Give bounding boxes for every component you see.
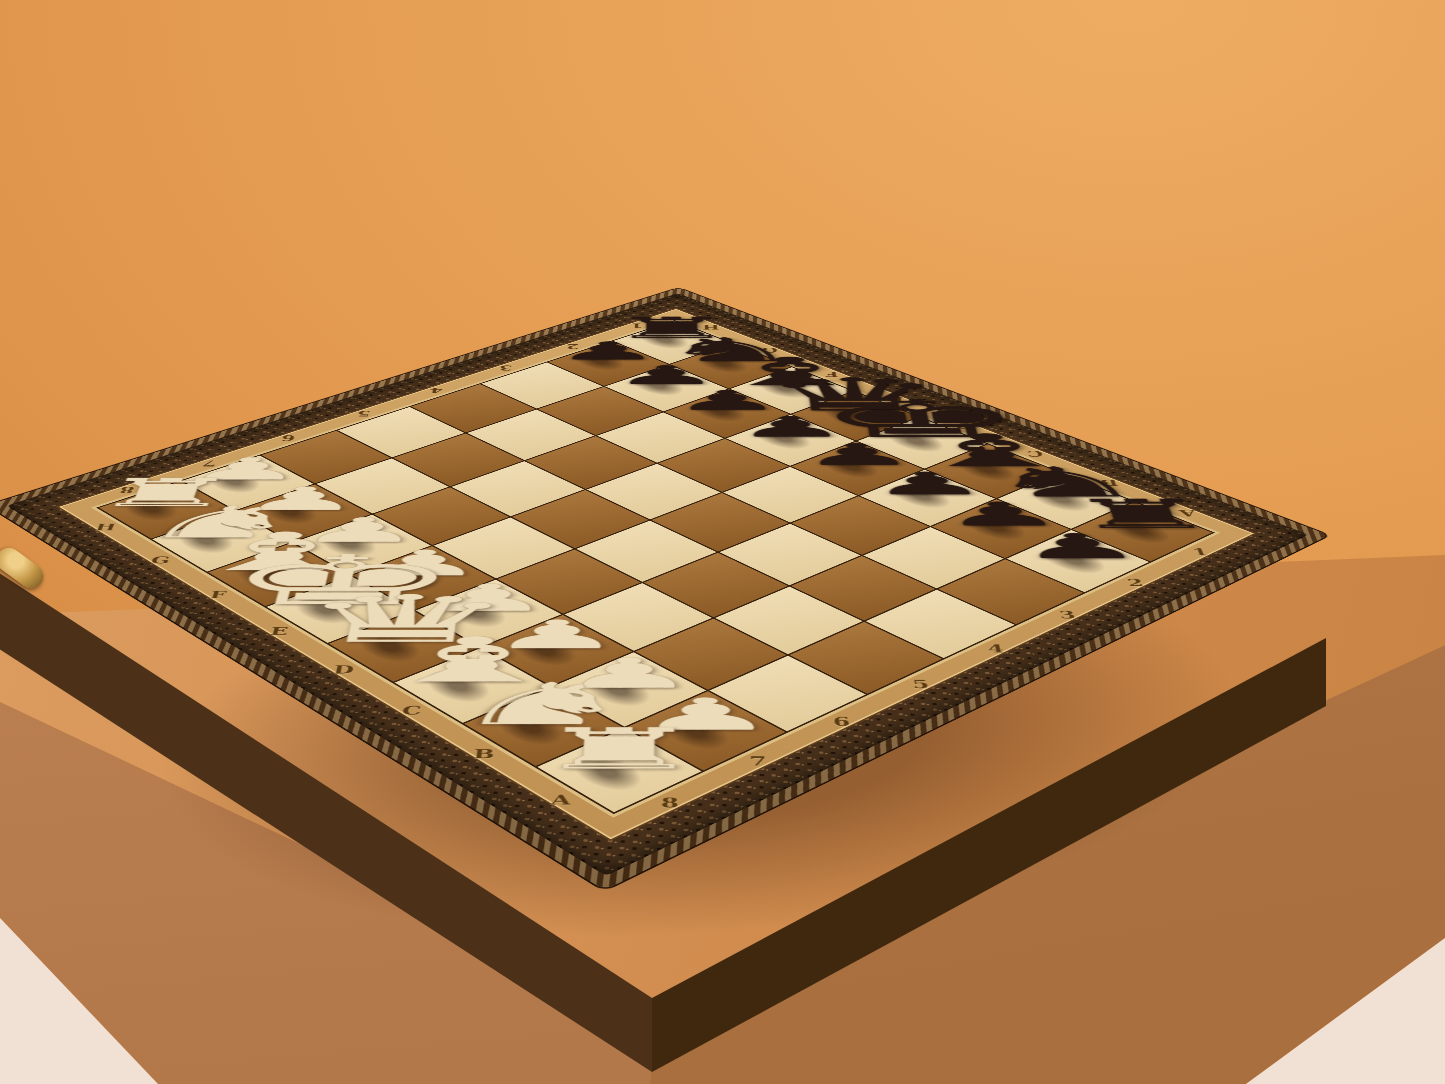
- chess-board[interactable]: HGFEDCBAHGFEDCBA1234567812345678 ♜♞♝♛♚♝♞…: [0, 288, 1329, 890]
- rail-far-number-4: 4: [422, 385, 451, 395]
- photo-canvas: HGFEDCBAHGFEDCBA1234567812345678 ♜♞♝♛♚♝♞…: [0, 0, 1445, 1084]
- rail-far-number-6: 6: [272, 433, 303, 444]
- rail-far-number-3: 3: [492, 363, 520, 373]
- board-scene: HGFEDCBAHGFEDCBA1234567812345678 ♜♞♝♛♚♝♞…: [0, 0, 1445, 1084]
- rail-far-number-5: 5: [348, 408, 378, 419]
